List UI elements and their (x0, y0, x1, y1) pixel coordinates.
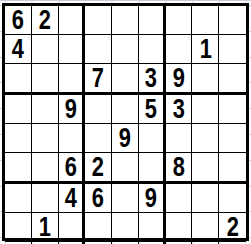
cell-r4c3[interactable]: 9 (59, 95, 86, 124)
cell-r7c7[interactable] (166, 184, 193, 213)
cell-r1c5[interactable] (112, 6, 139, 35)
cell-r5c6[interactable] (139, 124, 166, 153)
cell-r7c4[interactable]: 6 (85, 184, 112, 213)
cell-r6c3[interactable]: 6 (59, 153, 86, 184)
cell-r3c5[interactable] (112, 64, 139, 95)
cell-r3c3[interactable] (59, 64, 86, 95)
cell-r3c2[interactable] (32, 64, 59, 95)
given-digit: 9 (64, 95, 76, 123)
given-digit: 1 (199, 35, 211, 63)
cell-r4c1[interactable] (5, 95, 32, 124)
given-digit: 3 (145, 64, 157, 92)
cell-r2c8[interactable]: 1 (192, 35, 219, 64)
cell-r8c6[interactable] (139, 213, 166, 242)
cell-r6c6[interactable] (139, 153, 166, 184)
sudoku-board: 624173995396284691284 (2, 3, 249, 241)
cell-r1c4[interactable] (85, 6, 112, 35)
cell-r2c7[interactable] (166, 35, 193, 64)
cell-r5c1[interactable] (5, 124, 32, 153)
cell-r3c7[interactable]: 9 (166, 64, 193, 95)
cell-r1c3[interactable] (59, 6, 86, 35)
cell-r5c7[interactable] (166, 124, 193, 153)
given-digit: 7 (92, 64, 104, 92)
cell-r2c9[interactable] (219, 35, 246, 64)
given-digit: 3 (172, 95, 184, 123)
sudoku-screenshot: 624173995396284691284 (0, 0, 251, 244)
cell-r8c3[interactable] (59, 213, 86, 242)
given-digit: 2 (227, 213, 239, 241)
given-digit: 9 (172, 64, 184, 92)
cell-r3c1[interactable] (5, 64, 32, 95)
cell-r7c6[interactable]: 9 (139, 184, 166, 213)
cell-r7c1[interactable] (5, 184, 32, 213)
cell-r5c4[interactable] (85, 124, 112, 153)
cell-r4c6[interactable]: 5 (139, 95, 166, 124)
given-digit: 9 (119, 124, 131, 152)
given-digit: 2 (39, 6, 51, 34)
given-digit: 6 (92, 184, 104, 212)
cell-r4c5[interactable] (112, 95, 139, 124)
cell-r2c4[interactable] (85, 35, 112, 64)
cell-r2c2[interactable] (32, 35, 59, 64)
cell-r2c1[interactable]: 4 (5, 35, 32, 64)
cell-r2c6[interactable] (139, 35, 166, 64)
cell-r3c6[interactable]: 3 (139, 64, 166, 95)
cell-r4c4[interactable] (85, 95, 112, 124)
given-digit: 1 (39, 213, 51, 241)
given-digit: 8 (172, 153, 184, 181)
cell-r8c5[interactable] (112, 213, 139, 242)
cell-r8c8[interactable] (192, 213, 219, 242)
cell-r6c9[interactable] (219, 153, 246, 184)
cell-r6c2[interactable] (32, 153, 59, 184)
cell-r5c2[interactable] (32, 124, 59, 153)
cell-r5c9[interactable] (219, 124, 246, 153)
cell-r7c3[interactable]: 4 (59, 184, 86, 213)
cell-r4c9[interactable] (219, 95, 246, 124)
given-digit: 6 (12, 6, 24, 34)
cell-r6c1[interactable] (5, 153, 32, 184)
cell-r1c2[interactable]: 2 (32, 6, 59, 35)
given-digit: 4 (12, 35, 24, 63)
cell-r5c3[interactable] (59, 124, 86, 153)
cell-r6c7[interactable]: 8 (166, 153, 193, 184)
given-digit: 4 (64, 184, 76, 212)
cell-r3c4[interactable]: 7 (85, 64, 112, 95)
given-digit: 9 (145, 184, 157, 212)
cell-r4c7[interactable]: 3 (166, 95, 193, 124)
cell-r1c1[interactable]: 6 (5, 6, 32, 35)
cell-r1c6[interactable] (139, 6, 166, 35)
cell-r6c5[interactable] (112, 153, 139, 184)
top-edge-gridline (0, 0, 251, 1)
cell-r4c2[interactable] (32, 95, 59, 124)
cell-r2c3[interactable] (59, 35, 86, 64)
cell-r6c8[interactable] (192, 153, 219, 184)
cell-r2c5[interactable] (112, 35, 139, 64)
cell-r6c4[interactable]: 2 (85, 153, 112, 184)
cell-r7c8[interactable] (192, 184, 219, 213)
cell-r8c4[interactable] (85, 213, 112, 242)
cell-r3c8[interactable] (192, 64, 219, 95)
cell-r5c8[interactable] (192, 124, 219, 153)
cell-r4c8[interactable] (192, 95, 219, 124)
cell-r7c5[interactable] (112, 184, 139, 213)
cell-r8c7[interactable] (166, 213, 193, 242)
given-digit: 2 (92, 153, 104, 181)
given-digit: 6 (64, 153, 76, 181)
cell-r8c9[interactable]: 2 (219, 213, 246, 242)
cell-r7c2[interactable] (32, 184, 59, 213)
cell-r1c7[interactable] (166, 6, 193, 35)
cell-r3c9[interactable] (219, 64, 246, 95)
cell-r5c5[interactable]: 9 (112, 124, 139, 153)
cell-r1c8[interactable] (192, 6, 219, 35)
cell-r7c9[interactable] (219, 184, 246, 213)
given-digit: 5 (145, 95, 157, 123)
cell-r8c1[interactable] (5, 213, 32, 242)
cell-r8c2[interactable]: 1 (32, 213, 59, 242)
cell-r1c9[interactable] (219, 6, 246, 35)
